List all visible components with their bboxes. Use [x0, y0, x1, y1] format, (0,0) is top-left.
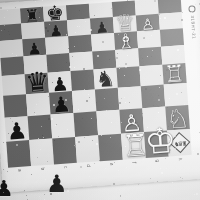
- white-rook-f1[interactable]: ♖: [121, 130, 146, 162]
- white-bishop-f6[interactable]: ♗: [114, 30, 138, 52]
- white-pawn-g7[interactable]: ♙: [136, 17, 160, 34]
- rank-label-1: 1: [193, 138, 200, 148]
- white-rook-h4[interactable]: ♖: [162, 62, 187, 87]
- square-a6[interactable]: [0, 39, 23, 58]
- black-pawn-e7[interactable]: ♟: [90, 20, 114, 37]
- square-d3[interactable]: [72, 89, 96, 113]
- black-pawn-c7[interactable]: ♟: [44, 23, 68, 40]
- square-c4[interactable]: ♟: [48, 71, 72, 93]
- square-b4[interactable]: ♛: [25, 73, 49, 95]
- square-d8[interactable]: [66, 4, 90, 21]
- square-f6[interactable]: ♗: [114, 31, 138, 50]
- square-b8[interactable]: ♜: [20, 7, 44, 24]
- square-c8[interactable]: ♚: [43, 5, 67, 22]
- black-pawn-b6[interactable]: ♟: [22, 41, 46, 59]
- square-h4[interactable]: ♖: [162, 63, 186, 85]
- square-c5[interactable]: [46, 53, 70, 73]
- black-knight-e4[interactable]: ♞: [93, 68, 117, 92]
- square-b2[interactable]: [28, 115, 53, 141]
- square-h6[interactable]: [160, 28, 184, 47]
- square-d4[interactable]: [71, 69, 95, 91]
- square-d6[interactable]: [68, 35, 92, 54]
- square-d7[interactable]: [67, 19, 91, 37]
- chess-board: ♜♚♟♟♕♙♟♗♛♟♞♖♟♟♙♘♖♔♞♛♜ abcdefgh 12345678 …: [0, 0, 200, 193]
- square-f4[interactable]: [116, 66, 140, 88]
- square-a5[interactable]: [0, 56, 24, 76]
- square-d2[interactable]: [73, 111, 98, 137]
- rank-label-2: 2: [191, 118, 200, 128]
- square-a4[interactable]: [2, 74, 26, 96]
- square-f3[interactable]: [118, 86, 142, 110]
- square-a3[interactable]: [3, 94, 27, 118]
- square-g5[interactable]: [138, 47, 162, 67]
- square-a8[interactable]: [0, 8, 21, 25]
- square-b6[interactable]: ♟: [22, 38, 46, 57]
- square-e7[interactable]: ♟: [90, 17, 114, 35]
- captured-black-piece-1[interactable]: ♟: [46, 172, 68, 196]
- black-king-c8[interactable]: ♚: [43, 2, 67, 24]
- square-g4[interactable]: [139, 65, 163, 87]
- square-e8[interactable]: [89, 2, 113, 19]
- rank-label-5: 5: [187, 58, 200, 68]
- rank-label-6: 6: [186, 38, 200, 48]
- square-e2[interactable]: [96, 110, 121, 136]
- square-f1[interactable]: ♖: [121, 132, 146, 160]
- black-queen-b4[interactable]: ♛: [24, 68, 49, 97]
- square-c3[interactable]: ♟: [49, 91, 73, 115]
- square-a7[interactable]: [0, 23, 22, 41]
- square-e4[interactable]: ♞: [93, 68, 117, 90]
- square-h7[interactable]: [159, 12, 183, 30]
- black-pawn-a2[interactable]: ♟: [5, 119, 30, 144]
- black-pawn-c3[interactable]: ♟: [49, 94, 73, 117]
- square-g3[interactable]: [141, 85, 165, 109]
- square-a2[interactable]: ♟: [5, 116, 30, 142]
- captured-black-piece-2[interactable]: ♟: [0, 178, 14, 200]
- photo-frame: ♜♚♟♟♕♙♟♗♛♟♞♖♟♟♙♘♖♔♞♛♜ abcdefgh 12345678 …: [0, 0, 200, 200]
- board-grid: ♜♚♟♟♕♙♟♗♛♟♞♖♟♟♙♘♖♔♞♛♜: [0, 0, 192, 168]
- white-king-g1[interactable]: ♔: [143, 124, 168, 161]
- square-g1[interactable]: ♔: [144, 130, 169, 158]
- square-g7[interactable]: ♙: [136, 14, 160, 32]
- rank-label-3: 3: [190, 98, 200, 108]
- square-d5[interactable]: [69, 52, 93, 72]
- rank-label-4: 4: [188, 78, 200, 88]
- black-rook-b8[interactable]: ♜: [20, 7, 44, 26]
